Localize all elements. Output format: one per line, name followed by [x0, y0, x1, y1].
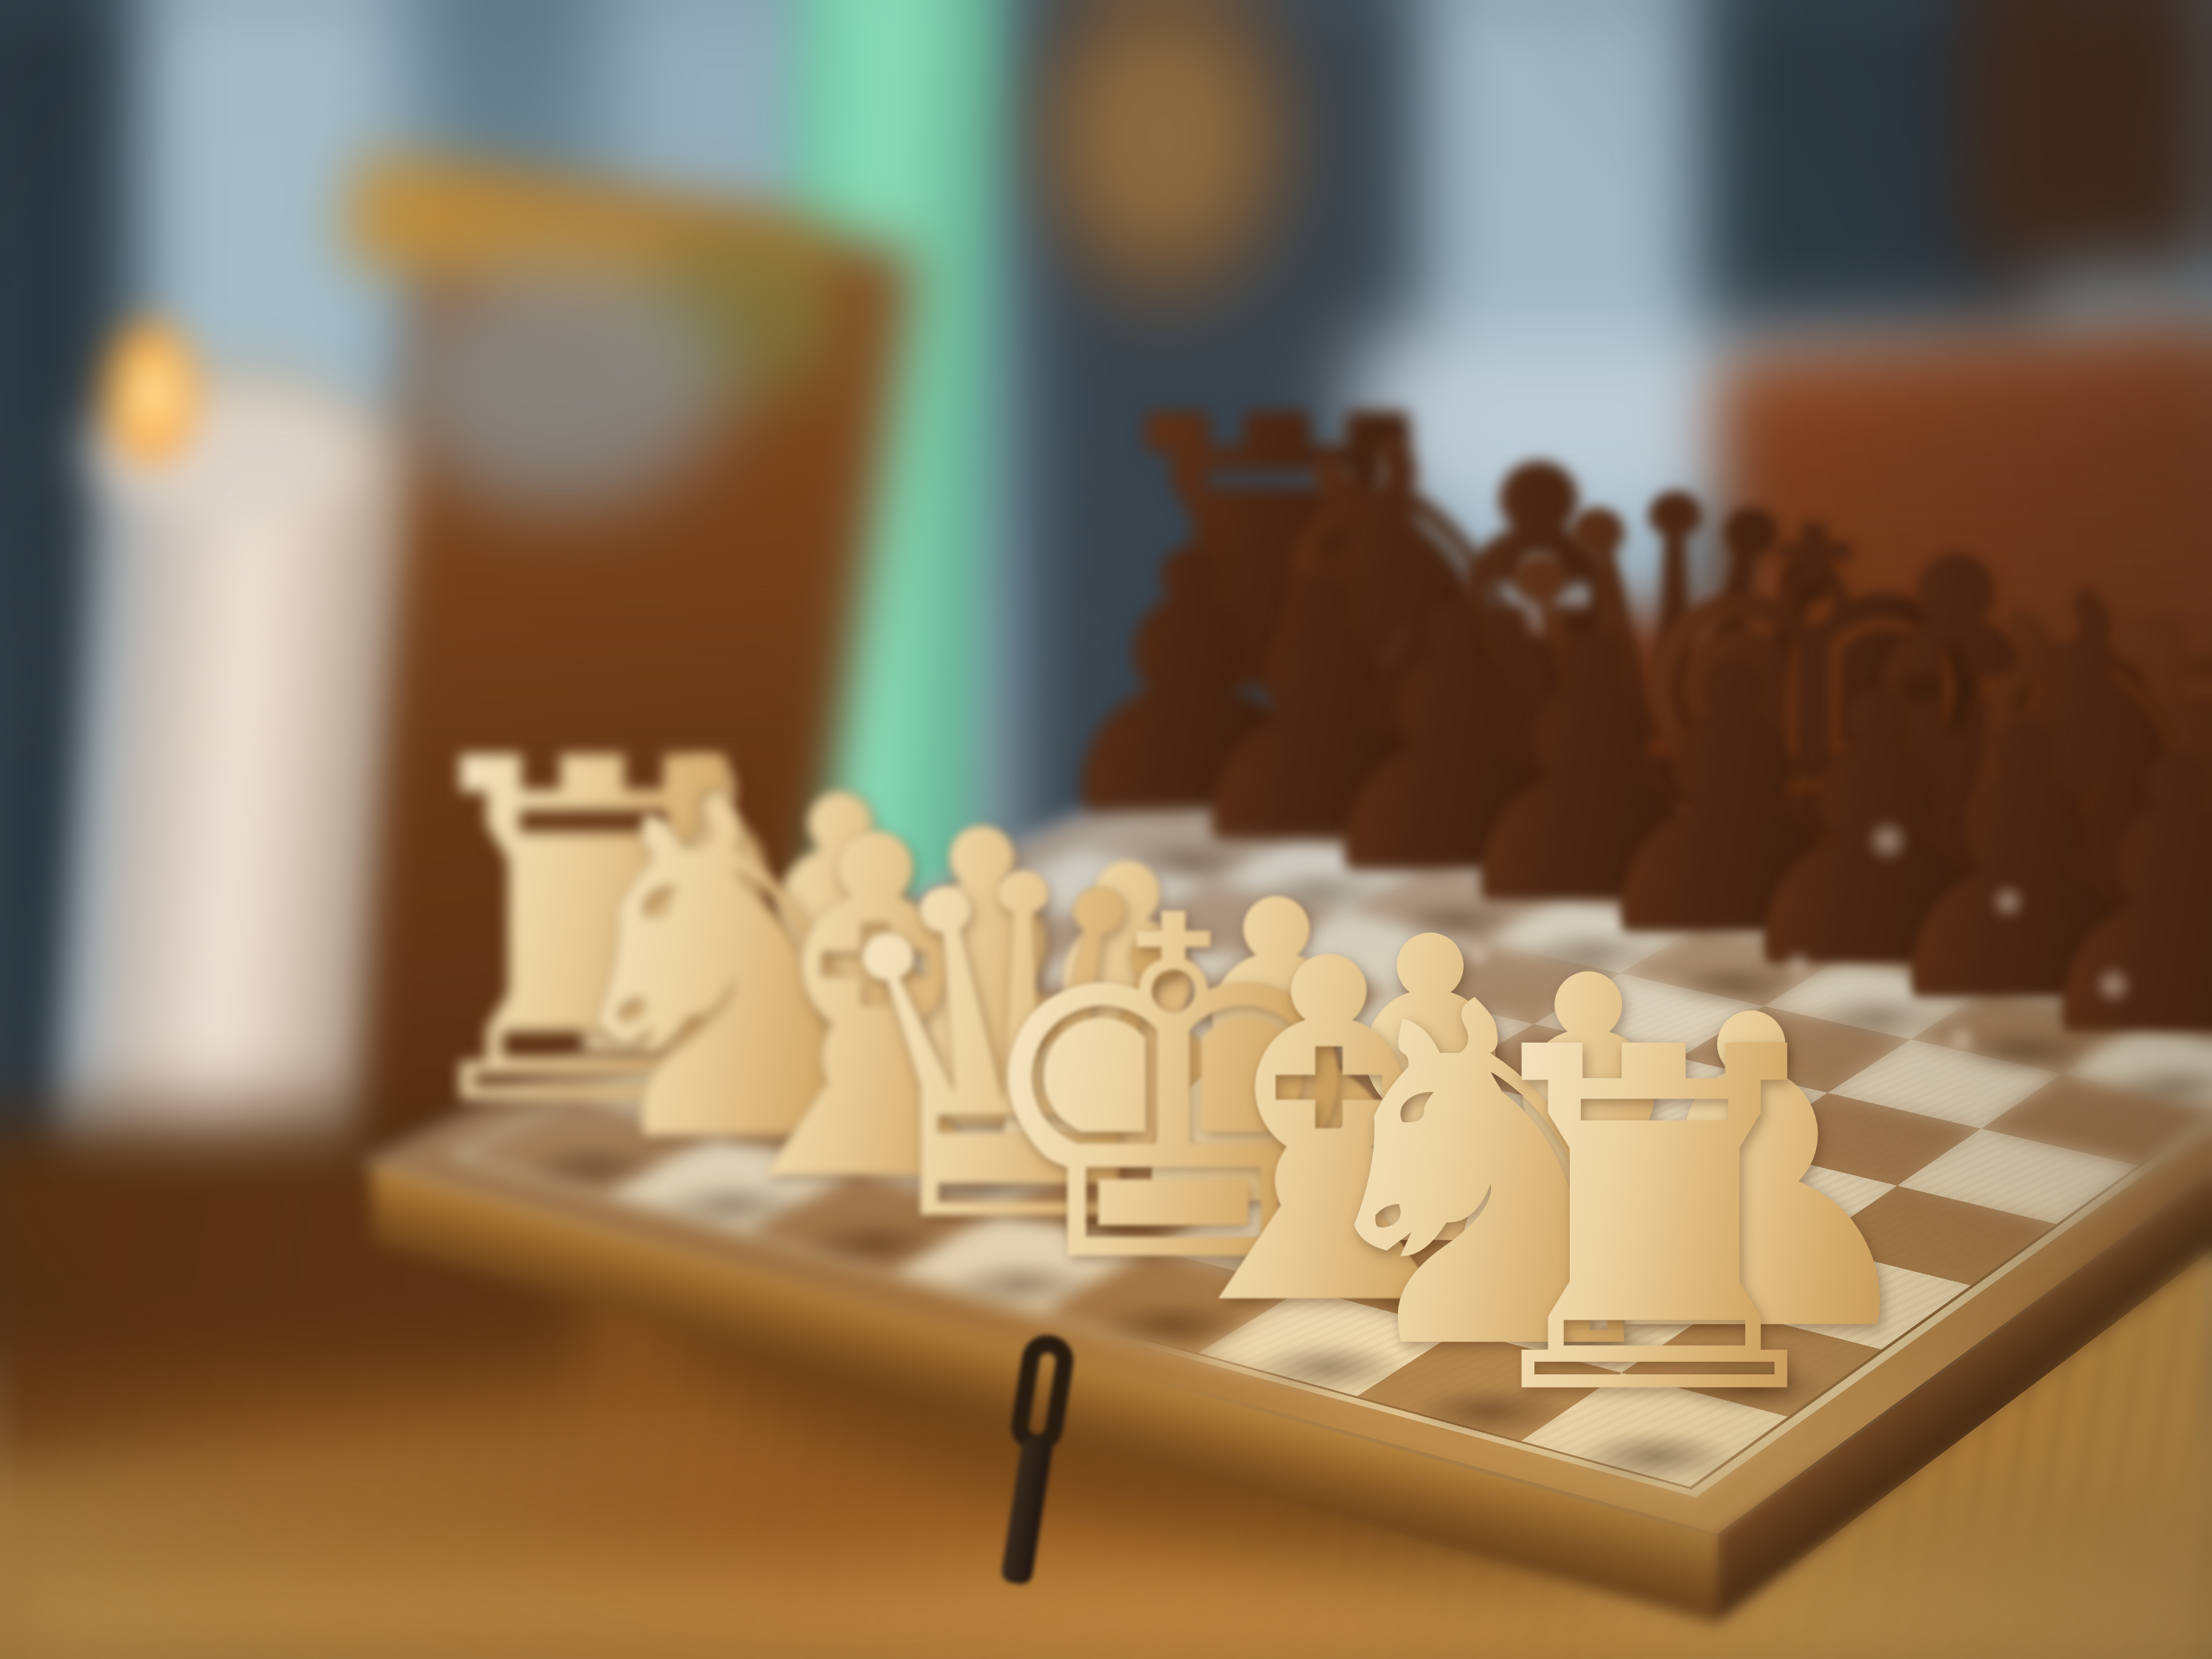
clasp-ring — [1008, 1332, 1077, 1456]
clasp-tongue — [1000, 1436, 1054, 1586]
photo-scene: ♜♞♝♛♚♝♞♜♟♟♟♟♟♟♟♟♟♟♟♟♟♟♟♟♜♞♝♛♚♝♞♜ — [0, 0, 2212, 1659]
bokeh-glint — [2087, 959, 2140, 1012]
bokeh-glint — [1777, 944, 1818, 985]
bokeh-glint — [1858, 811, 1917, 870]
bokeh-glint — [1939, 1018, 1983, 1062]
bokeh-glint — [1983, 877, 2032, 926]
bokeh-glint — [1460, 936, 1497, 973]
chessboard — [371, 738, 2212, 1534]
